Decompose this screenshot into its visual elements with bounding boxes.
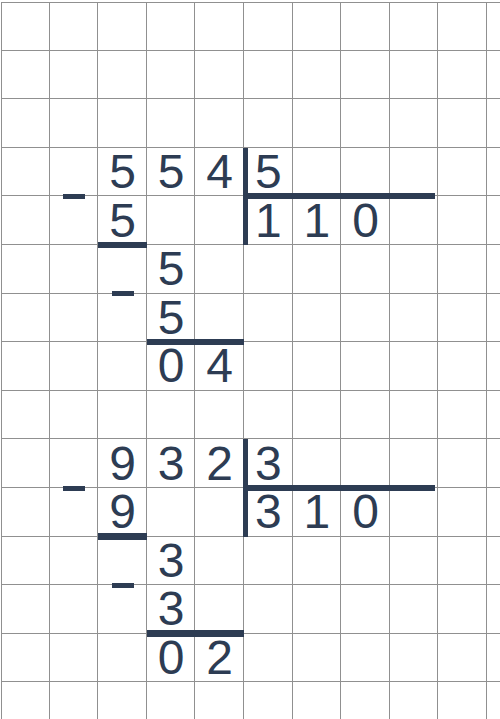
grid-cell-r9c5	[244, 439, 293, 488]
grid-cell-r0c3	[147, 2, 196, 51]
grid-cell-r7c6	[293, 342, 342, 391]
grid-cell-r4c6	[293, 196, 342, 245]
grid-cell-r12c4	[195, 585, 244, 634]
minus-sign	[63, 194, 85, 199]
grid-cell-r8c2	[98, 391, 147, 440]
grid-cell-r11c9	[438, 537, 487, 586]
grid-cell-r12c2	[98, 585, 147, 634]
worksheet-page: 554551105504932393103302	[0, 0, 500, 719]
grid-cell-r14c1	[50, 682, 99, 719]
grid-cell-r4c2	[98, 196, 147, 245]
grid-cell-r13c0	[1, 634, 50, 683]
grid-cell-r0c8	[390, 2, 439, 51]
grid-cell-r14c6	[293, 682, 342, 719]
grid-cell-r3c2	[98, 148, 147, 197]
grid-cell-r1c3	[147, 51, 196, 100]
grid-cell-r6c3	[147, 294, 196, 343]
grid-cell-r5c10	[487, 245, 500, 294]
grid-cell-r8c10	[487, 391, 500, 440]
grid-cell-r1c0	[1, 51, 50, 100]
grid-cell-r2c1	[50, 99, 99, 148]
grid-cell-r9c10	[487, 439, 500, 488]
grid-cell-r2c6	[293, 99, 342, 148]
grid-cell-r7c7	[341, 342, 390, 391]
grid-cell-r1c5	[244, 51, 293, 100]
grid-cell-r9c0	[1, 439, 50, 488]
grid-cell-r2c0	[1, 99, 50, 148]
grid-cell-r8c8	[390, 391, 439, 440]
grid-cell-r14c7	[341, 682, 390, 719]
grid-cell-r13c9	[438, 634, 487, 683]
grid-cell-r0c6	[293, 2, 342, 51]
grid-cell-r14c4	[195, 682, 244, 719]
grid-cell-r7c0	[1, 342, 50, 391]
grid-cell-r13c2	[98, 634, 147, 683]
grid-cell-r4c5	[244, 196, 293, 245]
grid-cell-r7c9	[438, 342, 487, 391]
grid-cell-r10c2	[98, 488, 147, 537]
grid-cell-r13c5	[244, 634, 293, 683]
grid-cell-r13c4	[195, 634, 244, 683]
subtraction-underline	[98, 242, 147, 249]
grid-cell-r1c10	[487, 51, 500, 100]
grid-cell-r9c8	[390, 439, 439, 488]
grid-cell-r4c3	[147, 196, 196, 245]
grid-cell-r12c7	[341, 585, 390, 634]
grid-cell-r3c5	[244, 148, 293, 197]
grid-cell-r4c4	[195, 196, 244, 245]
grid-cell-r9c7	[341, 439, 390, 488]
grid-cell-r1c6	[293, 51, 342, 100]
grid-cell-r5c9	[438, 245, 487, 294]
grid-cell-r12c10	[487, 585, 500, 634]
division-bracket-horizontal	[243, 485, 435, 491]
grid-cell-r9c6	[293, 439, 342, 488]
grid-cell-r10c8	[390, 488, 439, 537]
grid-cell-r12c0	[1, 585, 50, 634]
grid-cell-r8c0	[1, 391, 50, 440]
grid-cell-r10c9	[438, 488, 487, 537]
grid-cell-r10c1	[50, 488, 99, 537]
grid-cell-r0c0	[1, 2, 50, 51]
grid-cell-r7c10	[487, 342, 500, 391]
grid-cell-r4c8	[390, 196, 439, 245]
grid-cell-r11c7	[341, 537, 390, 586]
grid-cell-r14c10	[487, 682, 500, 719]
grid-cell-r11c10	[487, 537, 500, 586]
grid-cell-r5c5	[244, 245, 293, 294]
grid-cell-r7c8	[390, 342, 439, 391]
grid-cell-r6c1	[50, 294, 99, 343]
grid-cell-r8c4	[195, 391, 244, 440]
grid-cell-r3c8	[390, 148, 439, 197]
grid-cell-r13c1	[50, 634, 99, 683]
grid-cell-r14c8	[390, 682, 439, 719]
grid-cell-r1c9	[438, 51, 487, 100]
grid-cell-r12c9	[438, 585, 487, 634]
grid-cell-r4c0	[1, 196, 50, 245]
grid-cell-r12c3	[147, 585, 196, 634]
subtraction-underline	[98, 533, 147, 540]
grid-cell-r2c3	[147, 99, 196, 148]
grid-cell-r8c9	[438, 391, 487, 440]
grid-cell-r6c0	[1, 294, 50, 343]
minus-sign	[112, 291, 134, 296]
grid-cell-r1c2	[98, 51, 147, 100]
grid-cell-r1c4	[195, 51, 244, 100]
grid-cell-r11c5	[244, 537, 293, 586]
grid-cell-r5c4	[195, 245, 244, 294]
grid-cell-r0c9	[438, 2, 487, 51]
grid-cell-r11c2	[98, 537, 147, 586]
grid-cell-r6c5	[244, 294, 293, 343]
grid-cell-r5c6	[293, 245, 342, 294]
grid-cell-r0c10	[487, 2, 500, 51]
grid-cell-r9c3	[147, 439, 196, 488]
grid-cell-r4c7	[341, 196, 390, 245]
grid-cell-r10c3	[147, 488, 196, 537]
grid-cell-r11c4	[195, 537, 244, 586]
grid-cell-r6c2	[98, 294, 147, 343]
grid-cell-r6c10	[487, 294, 500, 343]
grid-cell-r4c1	[50, 196, 99, 245]
grid-cell-r10c4	[195, 488, 244, 537]
grid-cell-r7c4	[195, 342, 244, 391]
grid-cell-r3c6	[293, 148, 342, 197]
grid-cell-r12c5	[244, 585, 293, 634]
grid-cell-r13c3	[147, 634, 196, 683]
grid-cell-r1c8	[390, 51, 439, 100]
grid-cell-r1c1	[50, 51, 99, 100]
grid-cell-r10c10	[487, 488, 500, 537]
grid-cell-r0c5	[244, 2, 293, 51]
grid-cell-r11c0	[1, 537, 50, 586]
grid-cell-r3c4	[195, 148, 244, 197]
grid-cell-r5c8	[390, 245, 439, 294]
grid-cell-r4c10	[487, 196, 500, 245]
grid-cell-r3c1	[50, 148, 99, 197]
grid-cell-r1c7	[341, 51, 390, 100]
grid-cell-r14c9	[438, 682, 487, 719]
grid-cell-r0c2	[98, 2, 147, 51]
grid-cell-r9c2	[98, 439, 147, 488]
grid-cell-r14c2	[98, 682, 147, 719]
grid-cell-r5c2	[98, 245, 147, 294]
grid-cell-r4c9	[438, 196, 487, 245]
grid-cell-r6c7	[341, 294, 390, 343]
grid-cell-r7c3	[147, 342, 196, 391]
grid-cell-r11c1	[50, 537, 99, 586]
grid-cell-r10c7	[341, 488, 390, 537]
grid-cell-r0c7	[341, 2, 390, 51]
grid-cell-r8c5	[244, 391, 293, 440]
grid-cell-r11c8	[390, 537, 439, 586]
subtraction-underline	[147, 339, 244, 346]
grid-cell-r8c1	[50, 391, 99, 440]
minus-sign	[63, 486, 85, 491]
grid-cell-r5c1	[50, 245, 99, 294]
grid-cell-r3c9	[438, 148, 487, 197]
grid-cell-r2c9	[438, 99, 487, 148]
grid-cell-r13c7	[341, 634, 390, 683]
grid-cell-r12c1	[50, 585, 99, 634]
grid-cell-r5c7	[341, 245, 390, 294]
grid-cell-r9c1	[50, 439, 99, 488]
grid-cell-r10c6	[293, 488, 342, 537]
grid-cell-r2c2	[98, 99, 147, 148]
grid-cell-r3c7	[341, 148, 390, 197]
minus-sign	[112, 583, 134, 588]
grid-cell-r6c6	[293, 294, 342, 343]
grid-cell-r8c3	[147, 391, 196, 440]
grid-cell-r5c3	[147, 245, 196, 294]
grid-cell-r6c4	[195, 294, 244, 343]
grid-cell-r14c5	[244, 682, 293, 719]
subtraction-underline	[147, 630, 244, 637]
grid-cell-r3c3	[147, 148, 196, 197]
grid-cell-r7c2	[98, 342, 147, 391]
grid-cell-r7c5	[244, 342, 293, 391]
grid-cell-r6c9	[438, 294, 487, 343]
grid-cell-r14c3	[147, 682, 196, 719]
grid-cell-r9c9	[438, 439, 487, 488]
grid-cell-r13c10	[487, 634, 500, 683]
grid-cell-r2c8	[390, 99, 439, 148]
grid-cell-r8c7	[341, 391, 390, 440]
grid-cell-r9c4	[195, 439, 244, 488]
grid-cell-r12c8	[390, 585, 439, 634]
grid-cell-r13c8	[390, 634, 439, 683]
grid-cell-r2c4	[195, 99, 244, 148]
grid-cell-r10c0	[1, 488, 50, 537]
grid-cell-r8c6	[293, 391, 342, 440]
grid-cell-r2c7	[341, 99, 390, 148]
graph-paper: 554551105504932393103302	[0, 0, 500, 719]
grid-cell-r13c6	[293, 634, 342, 683]
grid-cell-r11c6	[293, 537, 342, 586]
grid-cell-r0c4	[195, 2, 244, 51]
grid-cell-r11c3	[147, 537, 196, 586]
grid-cell-r7c1	[50, 342, 99, 391]
grid-cell-r10c5	[244, 488, 293, 537]
grid-cell-r0c1	[50, 2, 99, 51]
grid-cell-r14c0	[1, 682, 50, 719]
grid-cell-r2c5	[244, 99, 293, 148]
grid-cell-r3c10	[487, 148, 500, 197]
division-bracket-horizontal	[243, 193, 435, 199]
grid-cell-r3c0	[1, 148, 50, 197]
grid-cell-r6c8	[390, 294, 439, 343]
grid-cell-r5c0	[1, 245, 50, 294]
grid-cell-r2c10	[487, 99, 500, 148]
grid-cell-r12c6	[293, 585, 342, 634]
